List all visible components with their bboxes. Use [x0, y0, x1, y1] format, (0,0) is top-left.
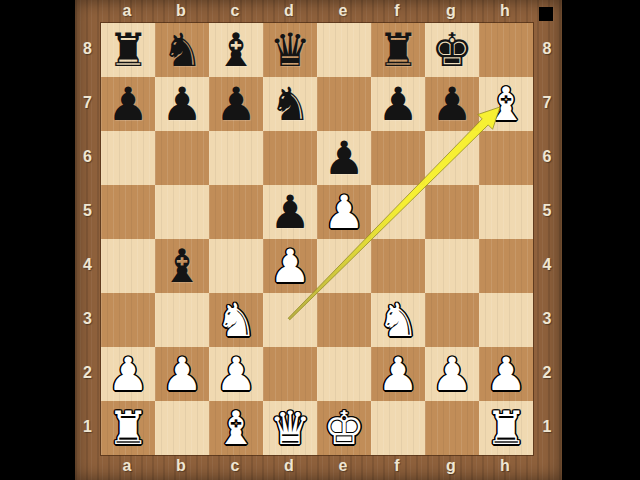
piece-white-bishop-c1: ♝ — [215, 401, 256, 455]
square-g3[interactable] — [425, 293, 479, 347]
piece-black-pawn-b7: ♟ — [161, 77, 202, 131]
square-c3[interactable]: ♞ — [209, 293, 263, 347]
square-b2[interactable]: ♟ — [155, 347, 209, 401]
rank-label-2: 2 — [75, 346, 100, 400]
square-h4[interactable] — [479, 239, 533, 293]
square-b8[interactable]: ♞ — [155, 23, 209, 77]
rank-labels-left: 87654321 — [75, 22, 100, 454]
square-a4[interactable] — [101, 239, 155, 293]
piece-black-knight-b8: ♞ — [161, 23, 202, 77]
file-label-a: a — [100, 2, 154, 20]
square-g2[interactable]: ♟ — [425, 347, 479, 401]
piece-white-pawn-d4: ♟ — [269, 239, 310, 293]
piece-white-rook-a1: ♜ — [107, 401, 148, 455]
square-e7[interactable] — [317, 77, 371, 131]
square-e1[interactable]: ♚ — [317, 401, 371, 455]
square-e5[interactable]: ♟ — [317, 185, 371, 239]
square-f3[interactable]: ♞ — [371, 293, 425, 347]
square-c2[interactable]: ♟ — [209, 347, 263, 401]
piece-white-pawn-b2: ♟ — [161, 347, 202, 401]
rank-label-3: 3 — [532, 292, 562, 346]
square-c8[interactable]: ♝ — [209, 23, 263, 77]
square-a7[interactable]: ♟ — [101, 77, 155, 131]
square-a5[interactable] — [101, 185, 155, 239]
rank-label-1: 1 — [75, 400, 100, 454]
piece-black-rook-a8: ♜ — [107, 23, 148, 77]
square-e4[interactable] — [317, 239, 371, 293]
square-e8[interactable] — [317, 23, 371, 77]
piece-white-knight-f3: ♞ — [377, 293, 418, 347]
square-b4[interactable]: ♝ — [155, 239, 209, 293]
square-a8[interactable]: ♜ — [101, 23, 155, 77]
square-d1[interactable]: ♛ — [263, 401, 317, 455]
square-b3[interactable] — [155, 293, 209, 347]
square-b5[interactable] — [155, 185, 209, 239]
square-g1[interactable] — [425, 401, 479, 455]
file-labels-bottom: abcdefgh — [100, 457, 532, 475]
square-c5[interactable] — [209, 185, 263, 239]
square-f4[interactable] — [371, 239, 425, 293]
board-frame: abcdefgh abcdefgh 87654321 87654321 ♜♞♝♛… — [75, 0, 562, 480]
square-h5[interactable] — [479, 185, 533, 239]
file-label-c: c — [208, 2, 262, 20]
file-label-g: g — [424, 2, 478, 20]
file-label-h: h — [478, 2, 532, 20]
rank-label-3: 3 — [75, 292, 100, 346]
rank-label-6: 6 — [532, 130, 562, 184]
piece-black-pawn-c7: ♟ — [215, 77, 256, 131]
square-f5[interactable] — [371, 185, 425, 239]
piece-white-queen-d1: ♛ — [269, 401, 310, 455]
piece-black-knight-d7: ♞ — [269, 77, 310, 131]
rank-label-8: 8 — [75, 22, 100, 76]
square-e2[interactable] — [317, 347, 371, 401]
square-d8[interactable]: ♛ — [263, 23, 317, 77]
file-label-b: b — [154, 2, 208, 20]
square-d6[interactable] — [263, 131, 317, 185]
file-label-e: e — [316, 2, 370, 20]
piece-white-pawn-a2: ♟ — [107, 347, 148, 401]
piece-black-pawn-a7: ♟ — [107, 77, 148, 131]
file-label-d: d — [262, 2, 316, 20]
square-f6[interactable] — [371, 131, 425, 185]
piece-black-queen-d8: ♛ — [269, 23, 310, 77]
piece-black-king-g8: ♚ — [431, 23, 472, 77]
file-label-f: f — [370, 2, 424, 20]
rank-label-7: 7 — [75, 76, 100, 130]
square-h7[interactable]: ♝ — [479, 77, 533, 131]
square-d3[interactable] — [263, 293, 317, 347]
square-g8[interactable]: ♚ — [425, 23, 479, 77]
square-c6[interactable] — [209, 131, 263, 185]
piece-white-pawn-c2: ♟ — [215, 347, 256, 401]
square-a3[interactable] — [101, 293, 155, 347]
file-label-f: f — [370, 457, 424, 475]
rank-label-4: 4 — [532, 238, 562, 292]
file-label-c: c — [208, 457, 262, 475]
square-f1[interactable] — [371, 401, 425, 455]
square-b6[interactable] — [155, 131, 209, 185]
piece-white-bishop-h7: ♝ — [485, 77, 526, 131]
rank-label-5: 5 — [75, 184, 100, 238]
square-a2[interactable]: ♟ — [101, 347, 155, 401]
rank-label-2: 2 — [532, 346, 562, 400]
square-d5[interactable]: ♟ — [263, 185, 317, 239]
square-h1[interactable]: ♜ — [479, 401, 533, 455]
piece-white-knight-c3: ♞ — [215, 293, 256, 347]
black-to-move-indicator — [539, 7, 553, 21]
square-f7[interactable]: ♟ — [371, 77, 425, 131]
square-g4[interactable] — [425, 239, 479, 293]
square-b7[interactable]: ♟ — [155, 77, 209, 131]
rank-label-1: 1 — [532, 400, 562, 454]
piece-black-pawn-e6: ♟ — [323, 131, 364, 185]
square-c4[interactable] — [209, 239, 263, 293]
piece-white-king-e1: ♚ — [323, 401, 364, 455]
piece-white-pawn-e5: ♟ — [323, 185, 364, 239]
piece-black-bishop-c8: ♝ — [215, 23, 256, 77]
square-c7[interactable]: ♟ — [209, 77, 263, 131]
chess-video-frame: abcdefgh abcdefgh 87654321 87654321 ♜♞♝♛… — [0, 0, 640, 480]
square-b1[interactable] — [155, 401, 209, 455]
square-g5[interactable] — [425, 185, 479, 239]
rank-label-4: 4 — [75, 238, 100, 292]
piece-black-pawn-d5: ♟ — [269, 185, 310, 239]
square-a6[interactable] — [101, 131, 155, 185]
rank-label-8: 8 — [532, 22, 562, 76]
piece-white-pawn-f2: ♟ — [377, 347, 418, 401]
rank-label-5: 5 — [532, 184, 562, 238]
piece-white-rook-h1: ♜ — [485, 401, 526, 455]
square-a1[interactable]: ♜ — [101, 401, 155, 455]
piece-black-pawn-f7: ♟ — [377, 77, 418, 131]
square-h6[interactable] — [479, 131, 533, 185]
file-label-d: d — [262, 457, 316, 475]
file-labels-top: abcdefgh — [100, 2, 532, 20]
square-e3[interactable] — [317, 293, 371, 347]
piece-black-pawn-g7: ♟ — [431, 77, 472, 131]
chess-board: ♜♞♝♛♜♚♟♟♟♞♟♟♝♟♟♟♝♟♞♞♟♟♟♟♟♟♜♝♛♚♜ — [100, 22, 534, 456]
file-label-b: b — [154, 457, 208, 475]
file-label-g: g — [424, 457, 478, 475]
square-f2[interactable]: ♟ — [371, 347, 425, 401]
square-e6[interactable]: ♟ — [317, 131, 371, 185]
rank-labels-right: 87654321 — [532, 22, 562, 454]
piece-black-rook-f8: ♜ — [377, 23, 418, 77]
piece-white-pawn-g2: ♟ — [431, 347, 472, 401]
square-c1[interactable]: ♝ — [209, 401, 263, 455]
rank-label-7: 7 — [532, 76, 562, 130]
piece-white-pawn-h2: ♟ — [485, 347, 526, 401]
square-g7[interactable]: ♟ — [425, 77, 479, 131]
square-h8[interactable] — [479, 23, 533, 77]
file-label-a: a — [100, 457, 154, 475]
rank-label-6: 6 — [75, 130, 100, 184]
square-h2[interactable]: ♟ — [479, 347, 533, 401]
file-label-e: e — [316, 457, 370, 475]
square-d4[interactable]: ♟ — [263, 239, 317, 293]
square-g6[interactable] — [425, 131, 479, 185]
piece-black-bishop-b4: ♝ — [161, 239, 202, 293]
square-d2[interactable] — [263, 347, 317, 401]
file-label-h: h — [478, 457, 532, 475]
square-d7[interactable]: ♞ — [263, 77, 317, 131]
square-h3[interactable] — [479, 293, 533, 347]
square-f8[interactable]: ♜ — [371, 23, 425, 77]
